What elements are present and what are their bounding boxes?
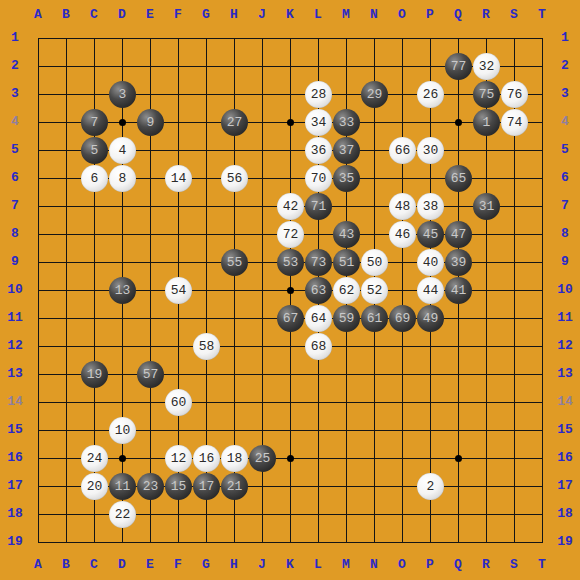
grid-line-horizontal [38, 542, 543, 543]
stone-black-move-59[interactable]: 59 [333, 305, 360, 332]
stone-black-move-23[interactable]: 23 [137, 473, 164, 500]
column-label-top-P: P [416, 8, 444, 22]
stone-black-move-43[interactable]: 43 [333, 221, 360, 248]
row-label-left-6: 6 [1, 171, 29, 185]
row-label-right-2: 2 [551, 59, 579, 73]
row-label-right-14: 14 [551, 395, 579, 409]
star-point [119, 455, 126, 462]
column-label-bottom-A: A [24, 558, 52, 572]
stone-white-move-48[interactable]: 48 [389, 193, 416, 220]
stone-white-move-64[interactable]: 64 [305, 305, 332, 332]
stone-black-move-69[interactable]: 69 [389, 305, 416, 332]
row-label-left-15: 15 [1, 423, 29, 437]
row-label-right-16: 16 [551, 451, 579, 465]
row-label-right-5: 5 [551, 143, 579, 157]
stone-white-move-18[interactable]: 18 [221, 445, 248, 472]
row-label-left-8: 8 [1, 227, 29, 241]
stone-black-move-45[interactable]: 45 [417, 221, 444, 248]
stone-black-move-17[interactable]: 17 [193, 473, 220, 500]
row-label-right-19: 19 [551, 535, 579, 549]
column-label-top-H: H [220, 8, 248, 22]
row-label-right-1: 1 [551, 31, 579, 45]
row-label-left-18: 18 [1, 507, 29, 521]
stone-white-move-20[interactable]: 20 [81, 473, 108, 500]
row-label-left-3: 3 [1, 87, 29, 101]
row-label-right-8: 8 [551, 227, 579, 241]
stone-white-move-14[interactable]: 14 [165, 165, 192, 192]
stone-white-move-62[interactable]: 62 [333, 277, 360, 304]
row-label-left-4: 4 [1, 115, 29, 129]
row-label-left-2: 2 [1, 59, 29, 73]
column-label-bottom-G: G [192, 558, 220, 572]
stone-black-move-15[interactable]: 15 [165, 473, 192, 500]
column-label-top-N: N [360, 8, 388, 22]
stone-white-move-58[interactable]: 58 [193, 333, 220, 360]
stone-black-move-35[interactable]: 35 [333, 165, 360, 192]
column-label-top-O: O [388, 8, 416, 22]
row-label-right-4: 4 [551, 115, 579, 129]
star-point [287, 119, 294, 126]
grid-line-vertical [542, 38, 543, 543]
stone-black-move-5[interactable]: 5 [81, 137, 108, 164]
stone-black-move-31[interactable]: 31 [473, 193, 500, 220]
stone-black-move-27[interactable]: 27 [221, 109, 248, 136]
column-label-top-R: R [472, 8, 500, 22]
row-label-right-15: 15 [551, 423, 579, 437]
stone-black-move-71[interactable]: 71 [305, 193, 332, 220]
stone-black-move-37[interactable]: 37 [333, 137, 360, 164]
stone-black-move-49[interactable]: 49 [417, 305, 444, 332]
column-label-bottom-J: J [248, 558, 276, 572]
stone-black-move-57[interactable]: 57 [137, 361, 164, 388]
column-label-bottom-C: C [80, 558, 108, 572]
stone-black-move-19[interactable]: 19 [81, 361, 108, 388]
column-label-bottom-D: D [108, 558, 136, 572]
column-label-bottom-L: L [304, 558, 332, 572]
stone-black-move-65[interactable]: 65 [445, 165, 472, 192]
stone-white-move-40[interactable]: 40 [417, 249, 444, 276]
stone-white-move-50[interactable]: 50 [361, 249, 388, 276]
stone-white-move-6[interactable]: 6 [81, 165, 108, 192]
row-label-right-13: 13 [551, 367, 579, 381]
row-label-left-14: 14 [1, 395, 29, 409]
stone-white-move-74[interactable]: 74 [501, 109, 528, 136]
stone-white-move-10[interactable]: 10 [109, 417, 136, 444]
column-label-bottom-R: R [472, 558, 500, 572]
stone-black-move-67[interactable]: 67 [277, 305, 304, 332]
grid-line-horizontal [38, 346, 543, 347]
row-label-left-12: 12 [1, 339, 29, 353]
stone-black-move-9[interactable]: 9 [137, 109, 164, 136]
column-label-bottom-H: H [220, 558, 248, 572]
column-label-bottom-N: N [360, 558, 388, 572]
stone-black-move-61[interactable]: 61 [361, 305, 388, 332]
column-label-bottom-F: F [164, 558, 192, 572]
stone-white-move-56[interactable]: 56 [221, 165, 248, 192]
stone-black-move-47[interactable]: 47 [445, 221, 472, 248]
stone-white-move-36[interactable]: 36 [305, 137, 332, 164]
column-label-bottom-E: E [136, 558, 164, 572]
stone-white-move-70[interactable]: 70 [305, 165, 332, 192]
star-point [119, 119, 126, 126]
stone-black-move-77[interactable]: 77 [445, 53, 472, 80]
column-label-top-K: K [276, 8, 304, 22]
stone-white-move-72[interactable]: 72 [277, 221, 304, 248]
stone-white-move-34[interactable]: 34 [305, 109, 332, 136]
column-label-bottom-B: B [52, 558, 80, 572]
row-label-right-3: 3 [551, 87, 579, 101]
row-label-right-18: 18 [551, 507, 579, 521]
stone-white-move-28[interactable]: 28 [305, 81, 332, 108]
go-board-diagram: 1234567891011121314151617181920212223242… [0, 0, 580, 580]
stone-black-move-41[interactable]: 41 [445, 277, 472, 304]
stone-black-move-29[interactable]: 29 [361, 81, 388, 108]
stone-white-move-4[interactable]: 4 [109, 137, 136, 164]
row-label-right-17: 17 [551, 479, 579, 493]
stone-black-move-51[interactable]: 51 [333, 249, 360, 276]
stone-black-move-11[interactable]: 11 [109, 473, 136, 500]
row-label-left-17: 17 [1, 479, 29, 493]
star-point [455, 455, 462, 462]
row-label-left-16: 16 [1, 451, 29, 465]
grid-line-horizontal [38, 374, 543, 375]
column-label-bottom-Q: Q [444, 558, 472, 572]
column-label-top-D: D [108, 8, 136, 22]
row-label-right-7: 7 [551, 199, 579, 213]
row-label-left-13: 13 [1, 367, 29, 381]
star-point [455, 119, 462, 126]
stone-white-move-30[interactable]: 30 [417, 137, 444, 164]
row-label-right-10: 10 [551, 283, 579, 297]
stone-white-move-24[interactable]: 24 [81, 445, 108, 472]
row-label-left-10: 10 [1, 283, 29, 297]
row-label-right-6: 6 [551, 171, 579, 185]
stone-white-move-38[interactable]: 38 [417, 193, 444, 220]
stone-black-move-25[interactable]: 25 [249, 445, 276, 472]
stone-black-move-55[interactable]: 55 [221, 249, 248, 276]
stone-white-move-22[interactable]: 22 [109, 501, 136, 528]
column-label-bottom-O: O [388, 558, 416, 572]
column-label-bottom-K: K [276, 558, 304, 572]
stone-black-move-73[interactable]: 73 [305, 249, 332, 276]
stone-black-move-53[interactable]: 53 [277, 249, 304, 276]
column-label-top-M: M [332, 8, 360, 22]
row-label-left-5: 5 [1, 143, 29, 157]
stone-white-move-12[interactable]: 12 [165, 445, 192, 472]
stone-white-move-16[interactable]: 16 [193, 445, 220, 472]
stone-white-move-46[interactable]: 46 [389, 221, 416, 248]
column-label-top-S: S [500, 8, 528, 22]
stone-black-move-39[interactable]: 39 [445, 249, 472, 276]
row-label-right-9: 9 [551, 255, 579, 269]
stone-white-move-32[interactable]: 32 [473, 53, 500, 80]
column-label-bottom-M: M [332, 558, 360, 572]
column-label-top-F: F [164, 8, 192, 22]
column-label-top-Q: Q [444, 8, 472, 22]
stone-black-move-7[interactable]: 7 [81, 109, 108, 136]
column-label-top-J: J [248, 8, 276, 22]
stone-black-move-63[interactable]: 63 [305, 277, 332, 304]
stone-white-move-66[interactable]: 66 [389, 137, 416, 164]
stone-white-move-42[interactable]: 42 [277, 193, 304, 220]
column-label-top-L: L [304, 8, 332, 22]
column-label-top-T: T [528, 8, 556, 22]
row-label-left-19: 19 [1, 535, 29, 549]
star-point [287, 287, 294, 294]
column-label-top-C: C [80, 8, 108, 22]
stone-white-move-26[interactable]: 26 [417, 81, 444, 108]
row-label-left-1: 1 [1, 31, 29, 45]
row-label-right-12: 12 [551, 339, 579, 353]
row-label-left-7: 7 [1, 199, 29, 213]
stone-black-move-21[interactable]: 21 [221, 473, 248, 500]
stone-black-move-33[interactable]: 33 [333, 109, 360, 136]
stone-white-move-68[interactable]: 68 [305, 333, 332, 360]
stone-black-move-13[interactable]: 13 [109, 277, 136, 304]
column-label-bottom-P: P [416, 558, 444, 572]
stone-black-move-3[interactable]: 3 [109, 81, 136, 108]
grid-line-vertical [402, 38, 403, 543]
column-label-top-G: G [192, 8, 220, 22]
stone-white-move-8[interactable]: 8 [109, 165, 136, 192]
row-label-right-11: 11 [551, 311, 579, 325]
stone-white-move-54[interactable]: 54 [165, 277, 192, 304]
stone-white-move-52[interactable]: 52 [361, 277, 388, 304]
grid-line-horizontal [38, 402, 543, 403]
row-label-left-9: 9 [1, 255, 29, 269]
stone-white-move-44[interactable]: 44 [417, 277, 444, 304]
stone-white-move-2[interactable]: 2 [417, 473, 444, 500]
stone-black-move-1[interactable]: 1 [473, 109, 500, 136]
star-point [287, 455, 294, 462]
column-label-top-A: A [24, 8, 52, 22]
row-label-left-11: 11 [1, 311, 29, 325]
column-label-bottom-T: T [528, 558, 556, 572]
stone-black-move-75[interactable]: 75 [473, 81, 500, 108]
stone-white-move-76[interactable]: 76 [501, 81, 528, 108]
column-label-bottom-S: S [500, 558, 528, 572]
column-label-top-E: E [136, 8, 164, 22]
column-label-top-B: B [52, 8, 80, 22]
stone-white-move-60[interactable]: 60 [165, 389, 192, 416]
